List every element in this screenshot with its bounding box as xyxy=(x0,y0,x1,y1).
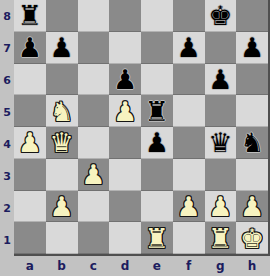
square-e3[interactable] xyxy=(141,159,173,191)
rank-label-4: 4 xyxy=(0,128,14,160)
black-pawn[interactable]: ♟ xyxy=(240,32,264,63)
square-e5[interactable]: ♜ xyxy=(141,95,173,127)
square-f4[interactable] xyxy=(173,127,205,159)
square-f2[interactable]: ♟ xyxy=(173,191,205,223)
black-pawn[interactable]: ♟ xyxy=(113,64,137,95)
white-pawn[interactable]: ♟ xyxy=(18,127,42,158)
chess-board-diagram: 87654321 ♜♚♟♟♟♟♟♟♞♟♜♟♛♟♛♞♟♟♟♟♟♜♜♚ abcdef… xyxy=(0,0,270,276)
black-king[interactable]: ♚ xyxy=(208,0,232,31)
square-d5[interactable]: ♟ xyxy=(109,95,141,127)
white-pawn[interactable]: ♟ xyxy=(240,191,264,222)
square-c1[interactable] xyxy=(78,222,110,254)
square-a7[interactable]: ♟ xyxy=(14,32,46,64)
square-b6[interactable] xyxy=(46,64,78,96)
square-a2[interactable] xyxy=(14,191,46,223)
rank-label-1: 1 xyxy=(0,224,14,256)
square-g3[interactable] xyxy=(205,159,237,191)
rank-label-3: 3 xyxy=(0,160,14,192)
black-pawn[interactable]: ♟ xyxy=(177,32,201,63)
rank-labels: 87654321 xyxy=(0,0,14,256)
white-pawn[interactable]: ♟ xyxy=(50,191,74,222)
square-c5[interactable] xyxy=(78,95,110,127)
square-h8[interactable] xyxy=(236,0,268,32)
square-c7[interactable] xyxy=(78,32,110,64)
square-e1[interactable]: ♜ xyxy=(141,222,173,254)
square-h3[interactable] xyxy=(236,159,268,191)
square-f3[interactable] xyxy=(173,159,205,191)
square-d4[interactable] xyxy=(109,127,141,159)
chess-board[interactable]: ♜♚♟♟♟♟♟♟♞♟♜♟♛♟♛♞♟♟♟♟♟♜♜♚ xyxy=(14,0,270,256)
square-g1[interactable]: ♜ xyxy=(205,222,237,254)
square-a6[interactable] xyxy=(14,64,46,96)
black-pawn[interactable]: ♟ xyxy=(18,32,42,63)
file-labels: abcdefgh xyxy=(14,256,268,276)
file-label-f: f xyxy=(173,256,205,276)
square-d1[interactable] xyxy=(109,222,141,254)
square-g2[interactable]: ♟ xyxy=(205,191,237,223)
rank-label-7: 7 xyxy=(0,32,14,64)
black-rook[interactable]: ♜ xyxy=(18,0,42,31)
square-a8[interactable]: ♜ xyxy=(14,0,46,32)
square-b5[interactable]: ♞ xyxy=(46,95,78,127)
square-f8[interactable] xyxy=(173,0,205,32)
square-b3[interactable] xyxy=(46,159,78,191)
square-g5[interactable] xyxy=(205,95,237,127)
square-a3[interactable] xyxy=(14,159,46,191)
square-h7[interactable]: ♟ xyxy=(236,32,268,64)
black-knight[interactable]: ♞ xyxy=(240,127,264,158)
square-d2[interactable] xyxy=(109,191,141,223)
square-f7[interactable]: ♟ xyxy=(173,32,205,64)
square-e2[interactable] xyxy=(141,191,173,223)
white-queen[interactable]: ♛ xyxy=(50,127,74,158)
square-d3[interactable] xyxy=(109,159,141,191)
file-label-d: d xyxy=(109,256,141,276)
black-pawn[interactable]: ♟ xyxy=(208,64,232,95)
square-e4[interactable]: ♟ xyxy=(141,127,173,159)
square-b4[interactable]: ♛ xyxy=(46,127,78,159)
black-pawn[interactable]: ♟ xyxy=(145,127,169,158)
square-h6[interactable] xyxy=(236,64,268,96)
rank-label-8: 8 xyxy=(0,0,14,32)
white-pawn[interactable]: ♟ xyxy=(113,96,137,127)
square-f1[interactable] xyxy=(173,222,205,254)
file-label-h: h xyxy=(236,256,268,276)
rank-label-2: 2 xyxy=(0,192,14,224)
square-e6[interactable] xyxy=(141,64,173,96)
black-queen[interactable]: ♛ xyxy=(208,127,232,158)
square-c6[interactable] xyxy=(78,64,110,96)
black-pawn[interactable]: ♟ xyxy=(50,32,74,63)
square-a4[interactable]: ♟ xyxy=(14,127,46,159)
square-g7[interactable] xyxy=(205,32,237,64)
square-c2[interactable] xyxy=(78,191,110,223)
square-h1[interactable]: ♚ xyxy=(236,222,268,254)
square-h5[interactable] xyxy=(236,95,268,127)
square-e7[interactable] xyxy=(141,32,173,64)
square-e8[interactable] xyxy=(141,0,173,32)
rank-label-5: 5 xyxy=(0,96,14,128)
square-d6[interactable]: ♟ xyxy=(109,64,141,96)
square-c3[interactable]: ♟ xyxy=(78,159,110,191)
file-label-g: g xyxy=(205,256,237,276)
square-b7[interactable]: ♟ xyxy=(46,32,78,64)
rank-label-6: 6 xyxy=(0,64,14,96)
file-label-a: a xyxy=(14,256,46,276)
square-b1[interactable] xyxy=(46,222,78,254)
file-label-b: b xyxy=(46,256,78,276)
square-f6[interactable] xyxy=(173,64,205,96)
file-label-c: c xyxy=(78,256,110,276)
white-pawn[interactable]: ♟ xyxy=(81,159,105,190)
square-d8[interactable] xyxy=(109,0,141,32)
square-g8[interactable]: ♚ xyxy=(205,0,237,32)
square-d7[interactable] xyxy=(109,32,141,64)
square-h2[interactable]: ♟ xyxy=(236,191,268,223)
white-rook[interactable]: ♜ xyxy=(208,223,232,254)
white-king[interactable]: ♚ xyxy=(240,223,264,254)
square-h4[interactable]: ♞ xyxy=(236,127,268,159)
white-rook[interactable]: ♜ xyxy=(145,223,169,254)
square-g6[interactable]: ♟ xyxy=(205,64,237,96)
square-c4[interactable] xyxy=(78,127,110,159)
square-f5[interactable] xyxy=(173,95,205,127)
square-b8[interactable] xyxy=(46,0,78,32)
file-label-e: e xyxy=(141,256,173,276)
square-c8[interactable] xyxy=(78,0,110,32)
white-knight[interactable]: ♞ xyxy=(50,96,74,127)
square-a1[interactable] xyxy=(14,222,46,254)
square-b2[interactable]: ♟ xyxy=(46,191,78,223)
black-rook[interactable]: ♜ xyxy=(145,96,169,127)
square-g4[interactable]: ♛ xyxy=(205,127,237,159)
white-pawn[interactable]: ♟ xyxy=(177,191,201,222)
white-pawn[interactable]: ♟ xyxy=(208,191,232,222)
square-a5[interactable] xyxy=(14,95,46,127)
